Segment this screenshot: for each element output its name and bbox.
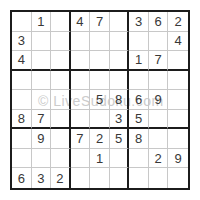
sudoku-cell-r5c5[interactable]: 5 <box>90 90 110 110</box>
sudoku-grid: 147362344175869873597258129632 <box>12 12 188 188</box>
sudoku-cell-r3c1[interactable]: 4 <box>12 51 32 71</box>
sudoku-cell-r2c3[interactable] <box>51 32 71 52</box>
sudoku-cell-r2c6[interactable] <box>110 32 130 52</box>
sudoku-cell-r8c4[interactable] <box>71 149 91 169</box>
sudoku-cell-r1c7[interactable]: 3 <box>129 12 149 32</box>
sudoku-cell-r7c2[interactable]: 9 <box>32 129 52 149</box>
sudoku-cell-r4c2[interactable] <box>32 71 52 91</box>
sudoku-cell-r9c1[interactable]: 6 <box>12 168 32 188</box>
sudoku-cell-r7c8[interactable] <box>149 129 169 149</box>
sudoku-cell-r5c9[interactable] <box>168 90 188 110</box>
sudoku-cell-r8c8[interactable]: 2 <box>149 149 169 169</box>
sudoku-cell-r9c6[interactable] <box>110 168 130 188</box>
sudoku-cell-r7c4[interactable]: 7 <box>71 129 91 149</box>
sudoku-cell-r3c7[interactable]: 1 <box>129 51 149 71</box>
sudoku-cell-r6c3[interactable] <box>51 110 71 130</box>
sudoku-cell-r9c3[interactable]: 2 <box>51 168 71 188</box>
sudoku-cell-r7c1[interactable] <box>12 129 32 149</box>
sudoku-cell-r6c5[interactable] <box>90 110 110 130</box>
sudoku-cell-r5c3[interactable] <box>51 90 71 110</box>
sudoku-cell-r2c9[interactable]: 4 <box>168 32 188 52</box>
sudoku-cell-r9c4[interactable] <box>71 168 91 188</box>
sudoku-cell-r4c8[interactable] <box>149 71 169 91</box>
sudoku-cell-r6c7[interactable]: 5 <box>129 110 149 130</box>
sudoku-cell-r8c2[interactable] <box>32 149 52 169</box>
sudoku-cell-r7c3[interactable] <box>51 129 71 149</box>
sudoku-cell-r4c7[interactable] <box>129 71 149 91</box>
sudoku-cell-r1c1[interactable] <box>12 12 32 32</box>
sudoku-cell-r7c6[interactable]: 5 <box>110 129 130 149</box>
sudoku-cell-r8c7[interactable] <box>129 149 149 169</box>
sudoku-cell-r5c2[interactable] <box>32 90 52 110</box>
sudoku-cell-r1c5[interactable]: 7 <box>90 12 110 32</box>
sudoku-cell-r1c2[interactable]: 1 <box>32 12 52 32</box>
sudoku-cell-r3c3[interactable] <box>51 51 71 71</box>
sudoku-cell-r1c4[interactable]: 4 <box>71 12 91 32</box>
sudoku-cell-r9c7[interactable] <box>129 168 149 188</box>
sudoku-cell-r2c2[interactable] <box>32 32 52 52</box>
sudoku-cell-r4c3[interactable] <box>51 71 71 91</box>
sudoku-cell-r6c4[interactable] <box>71 110 91 130</box>
sudoku-board: © LiveSudoku.com 14736234417586987359725… <box>10 10 190 190</box>
sudoku-cell-r9c9[interactable] <box>168 168 188 188</box>
sudoku-cell-r3c2[interactable] <box>32 51 52 71</box>
sudoku-cell-r9c2[interactable]: 3 <box>32 168 52 188</box>
sudoku-cell-r7c9[interactable] <box>168 129 188 149</box>
sudoku-cell-r2c4[interactable] <box>71 32 91 52</box>
sudoku-cell-r1c3[interactable] <box>51 12 71 32</box>
sudoku-cell-r7c5[interactable]: 2 <box>90 129 110 149</box>
sudoku-cell-r8c1[interactable] <box>12 149 32 169</box>
sudoku-cell-r3c9[interactable] <box>168 51 188 71</box>
sudoku-cell-r9c8[interactable] <box>149 168 169 188</box>
sudoku-cell-r8c3[interactable] <box>51 149 71 169</box>
sudoku-cell-r7c7[interactable]: 8 <box>129 129 149 149</box>
sudoku-cell-r3c4[interactable] <box>71 51 91 71</box>
sudoku-cell-r4c4[interactable] <box>71 71 91 91</box>
sudoku-cell-r2c7[interactable] <box>129 32 149 52</box>
sudoku-cell-r2c1[interactable]: 3 <box>12 32 32 52</box>
sudoku-cell-r6c2[interactable]: 7 <box>32 110 52 130</box>
sudoku-cell-r2c5[interactable] <box>90 32 110 52</box>
sudoku-cell-r6c6[interactable]: 3 <box>110 110 130 130</box>
sudoku-cell-r1c8[interactable]: 6 <box>149 12 169 32</box>
sudoku-cell-r8c9[interactable]: 9 <box>168 149 188 169</box>
sudoku-cell-r5c4[interactable] <box>71 90 91 110</box>
sudoku-cell-r8c5[interactable]: 1 <box>90 149 110 169</box>
sudoku-cell-r1c6[interactable] <box>110 12 130 32</box>
sudoku-cell-r5c1[interactable] <box>12 90 32 110</box>
sudoku-cell-r5c7[interactable]: 6 <box>129 90 149 110</box>
sudoku-cell-r4c5[interactable] <box>90 71 110 91</box>
sudoku-cell-r1c9[interactable]: 2 <box>168 12 188 32</box>
sudoku-cell-r6c1[interactable]: 8 <box>12 110 32 130</box>
sudoku-cell-r3c8[interactable]: 7 <box>149 51 169 71</box>
sudoku-cell-r6c8[interactable] <box>149 110 169 130</box>
sudoku-cell-r4c1[interactable] <box>12 71 32 91</box>
sudoku-cell-r9c5[interactable] <box>90 168 110 188</box>
sudoku-cell-r5c8[interactable]: 9 <box>149 90 169 110</box>
sudoku-cell-r5c6[interactable]: 8 <box>110 90 130 110</box>
sudoku-cell-r8c6[interactable] <box>110 149 130 169</box>
sudoku-cell-r3c6[interactable] <box>110 51 130 71</box>
sudoku-cell-r2c8[interactable] <box>149 32 169 52</box>
sudoku-cell-r6c9[interactable] <box>168 110 188 130</box>
sudoku-cell-r4c6[interactable] <box>110 71 130 91</box>
sudoku-cell-r4c9[interactable] <box>168 71 188 91</box>
sudoku-cell-r3c5[interactable] <box>90 51 110 71</box>
